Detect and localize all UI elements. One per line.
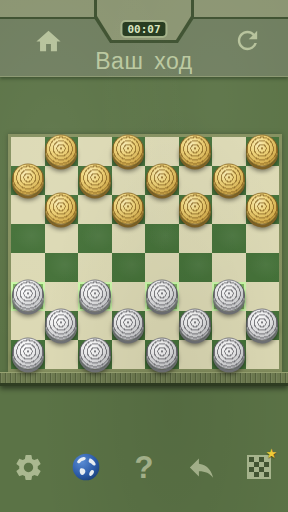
checker-piece-silver[interactable] (112, 308, 144, 340)
board-square-r6c7[interactable] (212, 282, 246, 311)
board-square-r6c2 (45, 282, 79, 311)
checker-piece-gold[interactable] (45, 192, 77, 224)
board-grid (11, 137, 279, 369)
board-ledge (0, 372, 288, 386)
checker-piece-silver[interactable] (146, 279, 178, 311)
board-square-r1c7 (212, 137, 246, 166)
board-square-r8c8 (246, 340, 280, 369)
board-square-r3c8[interactable] (246, 195, 280, 224)
board-square-r4c3[interactable] (78, 224, 112, 253)
checker-piece-gold[interactable] (246, 192, 278, 224)
board-square-r1c1 (11, 137, 45, 166)
question-mark-icon: ? (135, 452, 154, 483)
board-square-r2c4 (112, 166, 146, 195)
board-square-r3c6[interactable] (179, 195, 213, 224)
board-square-r3c1 (11, 195, 45, 224)
globe-icon (70, 451, 102, 483)
board-square-r3c2[interactable] (45, 195, 79, 224)
board-square-r7c3 (78, 311, 112, 340)
checker-piece-gold[interactable] (213, 163, 245, 195)
checkers-app-screen: 00:07 Ваш ход (0, 0, 288, 512)
checker-piece-silver[interactable] (45, 308, 77, 340)
checker-piece-gold[interactable] (246, 134, 278, 166)
board-square-r3c5 (145, 195, 179, 224)
board-square-r2c5[interactable] (145, 166, 179, 195)
checker-piece-gold[interactable] (179, 192, 211, 224)
checker-piece-silver[interactable] (79, 279, 111, 311)
settings-button[interactable] (7, 445, 51, 489)
board-square-r1c4[interactable] (112, 137, 146, 166)
status-text: Ваш ход (0, 48, 288, 75)
checker-piece-gold[interactable] (146, 163, 178, 195)
board-square-r5c6[interactable] (179, 253, 213, 282)
board-square-r3c3 (78, 195, 112, 224)
board-square-r6c6 (179, 282, 213, 311)
board-square-r5c1 (11, 253, 45, 282)
board-square-r3c7 (212, 195, 246, 224)
board-square-r4c8 (246, 224, 280, 253)
checker-piece-gold[interactable] (12, 163, 44, 195)
board-square-r7c4[interactable] (112, 311, 146, 340)
board-square-r2c2 (45, 166, 79, 195)
checkers-board (8, 134, 282, 372)
board-square-r1c2[interactable] (45, 137, 79, 166)
board-square-r2c6 (179, 166, 213, 195)
board-square-r7c8[interactable] (246, 311, 280, 340)
board-square-r5c3 (78, 253, 112, 282)
board-square-r6c5[interactable] (145, 282, 179, 311)
board-square-r1c6[interactable] (179, 137, 213, 166)
board-square-r5c7 (212, 253, 246, 282)
board-square-r7c7 (212, 311, 246, 340)
game-mode-button[interactable]: ★ (237, 445, 281, 489)
board-square-r8c5[interactable] (145, 340, 179, 369)
board-square-r8c3[interactable] (78, 340, 112, 369)
toolbar: ? ★ (0, 444, 288, 490)
gear-icon (13, 452, 44, 483)
undo-arrow-icon (186, 452, 217, 483)
board-square-r1c5 (145, 137, 179, 166)
header: 00:07 Ваш ход (0, 0, 288, 77)
board-square-r1c8[interactable] (246, 137, 280, 166)
checker-piece-silver[interactable] (79, 337, 111, 369)
checker-piece-gold[interactable] (45, 134, 77, 166)
board-square-r2c8 (246, 166, 280, 195)
checkerboard-star-icon: ★ (247, 455, 271, 479)
help-button[interactable]: ? (122, 445, 166, 489)
checker-piece-silver[interactable] (246, 308, 278, 340)
checker-piece-silver[interactable] (12, 337, 44, 369)
board-square-r6c1[interactable] (11, 282, 45, 311)
timer-value: 00:07 (127, 24, 160, 35)
board-square-r6c4 (112, 282, 146, 311)
checker-piece-silver[interactable] (146, 337, 178, 369)
board-square-r4c6 (179, 224, 213, 253)
checker-piece-silver[interactable] (213, 337, 245, 369)
board-square-r2c3[interactable] (78, 166, 112, 195)
board-square-r7c6[interactable] (179, 311, 213, 340)
board-square-r6c3[interactable] (78, 282, 112, 311)
board-square-r8c4 (112, 340, 146, 369)
board-square-r4c1[interactable] (11, 224, 45, 253)
board-square-r5c8[interactable] (246, 253, 280, 282)
undo-button[interactable] (180, 445, 224, 489)
board-square-r4c5[interactable] (145, 224, 179, 253)
board-square-r8c2 (45, 340, 79, 369)
checker-piece-gold[interactable] (179, 134, 211, 166)
board-square-r4c7[interactable] (212, 224, 246, 253)
checker-piece-silver[interactable] (213, 279, 245, 311)
checker-piece-gold[interactable] (112, 134, 144, 166)
board-square-r7c1 (11, 311, 45, 340)
board-square-r2c1[interactable] (11, 166, 45, 195)
board-square-r4c2 (45, 224, 79, 253)
board-square-r8c6 (179, 340, 213, 369)
language-button[interactable] (64, 445, 108, 489)
board-square-r8c1[interactable] (11, 340, 45, 369)
timer-badge: 00:07 (120, 20, 167, 38)
checker-piece-silver[interactable] (12, 279, 44, 311)
board-square-r7c2[interactable] (45, 311, 79, 340)
board-square-r4c4 (112, 224, 146, 253)
board-square-r5c2[interactable] (45, 253, 79, 282)
board-square-r8c7[interactable] (212, 340, 246, 369)
checker-piece-gold[interactable] (79, 163, 111, 195)
board-square-r6c8 (246, 282, 280, 311)
checker-piece-gold[interactable] (112, 192, 144, 224)
board-square-r7c5 (145, 311, 179, 340)
board-square-r1c3 (78, 137, 112, 166)
checker-piece-silver[interactable] (179, 308, 211, 340)
board-square-r5c4[interactable] (112, 253, 146, 282)
star-icon: ★ (266, 447, 278, 460)
board-square-r3c4[interactable] (112, 195, 146, 224)
board-square-r2c7[interactable] (212, 166, 246, 195)
board-square-r5c5 (145, 253, 179, 282)
